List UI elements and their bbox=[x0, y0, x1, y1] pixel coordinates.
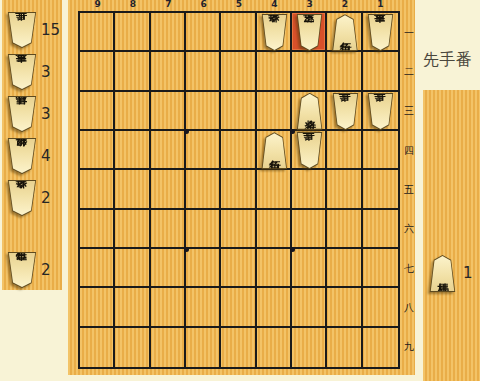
turn-indicator: 先手番 bbox=[423, 50, 480, 71]
cell-4三[interactable] bbox=[257, 92, 292, 131]
file-label-3: 3 bbox=[292, 0, 327, 9]
piece-21-sente[interactable]: 角行 bbox=[332, 14, 359, 51]
cell-2七[interactable] bbox=[327, 249, 362, 288]
piece-33-sente[interactable]: 金将 bbox=[296, 93, 323, 130]
cell-2八[interactable] bbox=[327, 288, 362, 327]
cell-1七[interactable] bbox=[363, 249, 398, 288]
rank-label-3: 三 bbox=[402, 92, 416, 131]
piece-11-gote[interactable]: 香車 bbox=[367, 14, 394, 51]
cell-9九[interactable] bbox=[80, 328, 115, 367]
sente-hand-piece-0[interactable]: 桂馬 bbox=[429, 255, 456, 292]
gote-hand-count-0: 15 bbox=[41, 21, 60, 39]
cell-8三[interactable] bbox=[115, 92, 150, 131]
gote-hand-count-2: 3 bbox=[41, 105, 51, 123]
file-label-6: 6 bbox=[186, 0, 221, 9]
piece-31-gote[interactable]: 王将 bbox=[296, 14, 323, 51]
piece-34-gote[interactable]: 歩兵 bbox=[296, 132, 323, 169]
cell-9一[interactable] bbox=[80, 13, 115, 52]
cell-7四[interactable] bbox=[151, 131, 186, 170]
cell-8五[interactable] bbox=[115, 170, 150, 209]
gote-hand-tray: 歩兵15香車3桂馬3銀将4金将2飛車2 bbox=[2, 0, 62, 290]
cell-8七[interactable] bbox=[115, 249, 150, 288]
cell-9三[interactable] bbox=[80, 92, 115, 131]
cell-5一[interactable] bbox=[221, 13, 256, 52]
file-label-8: 8 bbox=[115, 0, 150, 9]
cell-6九[interactable] bbox=[186, 328, 221, 367]
rank-label-8: 八 bbox=[402, 288, 416, 327]
gote-hand-piece-0[interactable]: 歩兵 bbox=[7, 12, 37, 48]
cell-8九[interactable] bbox=[115, 328, 150, 367]
star-point bbox=[184, 247, 189, 252]
cell-1八[interactable] bbox=[363, 288, 398, 327]
cell-5七[interactable] bbox=[221, 249, 256, 288]
cell-3六[interactable] bbox=[292, 210, 327, 249]
piece-44-sente[interactable]: 角行 bbox=[261, 132, 288, 169]
cell-5九[interactable] bbox=[221, 328, 256, 367]
cell-6四[interactable] bbox=[186, 131, 221, 170]
cell-8一[interactable] bbox=[115, 13, 150, 52]
cell-4七[interactable] bbox=[257, 249, 292, 288]
cell-5二[interactable] bbox=[221, 52, 256, 91]
cell-5八[interactable] bbox=[221, 288, 256, 327]
sente-hand-count-0: 1 bbox=[463, 264, 473, 282]
cell-6七[interactable] bbox=[186, 249, 221, 288]
cell-6六[interactable] bbox=[186, 210, 221, 249]
shogi-diagram: 歩兵15香車3桂馬3銀将4金将2飛車2 987654321一二三四五六七八九金将… bbox=[0, 0, 480, 381]
file-label-7: 7 bbox=[151, 0, 186, 9]
cell-7三[interactable] bbox=[151, 92, 186, 131]
rank-label-9: 九 bbox=[402, 328, 416, 367]
cell-5三[interactable] bbox=[221, 92, 256, 131]
piece-23-gote[interactable]: 歩兵 bbox=[332, 93, 359, 130]
piece-41-gote[interactable]: 金将 bbox=[261, 14, 288, 51]
cell-1二[interactable] bbox=[363, 52, 398, 91]
cell-7二[interactable] bbox=[151, 52, 186, 91]
rank-label-5: 五 bbox=[402, 170, 416, 209]
cell-7七[interactable] bbox=[151, 249, 186, 288]
cell-7九[interactable] bbox=[151, 328, 186, 367]
board-grid bbox=[78, 11, 400, 369]
cell-5四[interactable] bbox=[221, 131, 256, 170]
cell-6三[interactable] bbox=[186, 92, 221, 131]
cell-4九[interactable] bbox=[257, 328, 292, 367]
cell-7八[interactable] bbox=[151, 288, 186, 327]
rank-label-2: 二 bbox=[402, 52, 416, 91]
cell-9七[interactable] bbox=[80, 249, 115, 288]
piece-13-gote[interactable]: 歩兵 bbox=[367, 93, 394, 130]
cell-1九[interactable] bbox=[363, 328, 398, 367]
cell-7五[interactable] bbox=[151, 170, 186, 209]
file-label-5: 5 bbox=[221, 0, 256, 9]
file-label-4: 4 bbox=[257, 0, 292, 9]
rank-label-4: 四 bbox=[402, 131, 416, 170]
star-point bbox=[184, 129, 189, 134]
star-point bbox=[290, 129, 295, 134]
cell-2二[interactable] bbox=[327, 52, 362, 91]
gote-hand-piece-5[interactable]: 飛車 bbox=[7, 252, 37, 288]
gote-hand-piece-1[interactable]: 香車 bbox=[7, 54, 37, 90]
cell-9六[interactable] bbox=[80, 210, 115, 249]
cell-8六[interactable] bbox=[115, 210, 150, 249]
cell-6一[interactable] bbox=[186, 13, 221, 52]
rank-label-6: 六 bbox=[402, 210, 416, 249]
gote-hand-piece-2[interactable]: 桂馬 bbox=[7, 96, 37, 132]
cell-8四[interactable] bbox=[115, 131, 150, 170]
cell-6二[interactable] bbox=[186, 52, 221, 91]
file-label-2: 2 bbox=[327, 0, 362, 9]
cell-6五[interactable] bbox=[186, 170, 221, 209]
cell-1四[interactable] bbox=[363, 131, 398, 170]
cell-1六[interactable] bbox=[363, 210, 398, 249]
gote-hand-count-1: 3 bbox=[41, 63, 51, 81]
cell-4六[interactable] bbox=[257, 210, 292, 249]
cell-2四[interactable] bbox=[327, 131, 362, 170]
board: 987654321一二三四五六七八九金将王将角行香車金将歩兵歩兵角行歩兵 bbox=[68, 0, 415, 375]
cell-7一[interactable] bbox=[151, 13, 186, 52]
cell-3九[interactable] bbox=[292, 328, 327, 367]
cell-9四[interactable] bbox=[80, 131, 115, 170]
star-point bbox=[290, 247, 295, 252]
cell-5五[interactable] bbox=[221, 170, 256, 209]
cell-2五[interactable] bbox=[327, 170, 362, 209]
cell-1五[interactable] bbox=[363, 170, 398, 209]
cell-4五[interactable] bbox=[257, 170, 292, 209]
gote-hand-count-5: 2 bbox=[41, 261, 51, 279]
cell-8二[interactable] bbox=[115, 52, 150, 91]
rank-label-7: 七 bbox=[402, 249, 416, 288]
cell-9八[interactable] bbox=[80, 288, 115, 327]
cell-9五[interactable] bbox=[80, 170, 115, 209]
cell-4八[interactable] bbox=[257, 288, 292, 327]
gote-hand-count-4: 2 bbox=[41, 189, 51, 207]
cell-6八[interactable] bbox=[186, 288, 221, 327]
cell-7六[interactable] bbox=[151, 210, 186, 249]
cell-2六[interactable] bbox=[327, 210, 362, 249]
sente-hand-tray: 桂馬1 bbox=[423, 90, 480, 381]
gote-hand-piece-3[interactable]: 銀将 bbox=[7, 138, 37, 174]
cell-9二[interactable] bbox=[80, 52, 115, 91]
cell-3五[interactable] bbox=[292, 170, 327, 209]
cell-3八[interactable] bbox=[292, 288, 327, 327]
gote-hand-count-3: 4 bbox=[41, 147, 51, 165]
file-label-9: 9 bbox=[80, 0, 115, 9]
cell-3七[interactable] bbox=[292, 249, 327, 288]
cell-2九[interactable] bbox=[327, 328, 362, 367]
cell-4二[interactable] bbox=[257, 52, 292, 91]
cell-3二[interactable] bbox=[292, 52, 327, 91]
cell-5六[interactable] bbox=[221, 210, 256, 249]
file-label-1: 1 bbox=[363, 0, 398, 9]
cell-8八[interactable] bbox=[115, 288, 150, 327]
gote-hand-piece-4[interactable]: 金将 bbox=[7, 180, 37, 216]
rank-label-1: 一 bbox=[402, 13, 416, 52]
